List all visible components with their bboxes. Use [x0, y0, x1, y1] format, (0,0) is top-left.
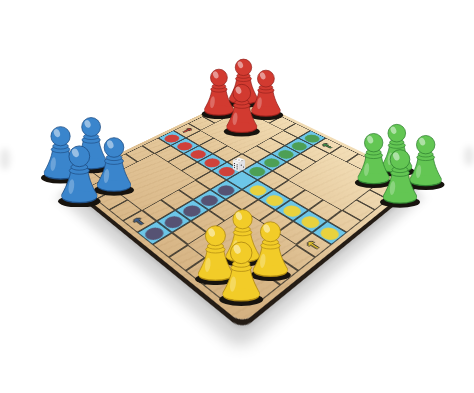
dice[interactable] [231, 157, 247, 174]
pawn-green-3[interactable] [378, 146, 422, 208]
photo-smudge-1 [0, 148, 10, 170]
pawn-red-4[interactable] [222, 81, 262, 137]
photo-smudge-2 [464, 146, 474, 166]
product-photo-stage: ↑←←← [0, 0, 474, 393]
pawn-blue-3[interactable] [56, 142, 103, 208]
pawn-yellow-3[interactable] [217, 238, 265, 306]
